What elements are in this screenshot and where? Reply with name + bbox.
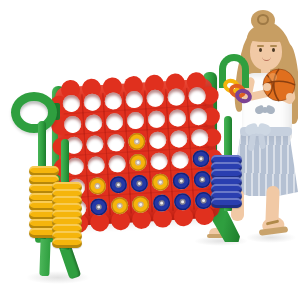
cell-r2c4 <box>127 112 145 130</box>
cell-r6c2 <box>90 198 108 216</box>
cell-r1c4 <box>125 91 143 109</box>
cell-r5c6 <box>172 172 190 190</box>
frame-foot-left-leg <box>39 238 50 276</box>
cell-r3c2 <box>86 135 104 153</box>
cell-r2c2 <box>85 114 103 132</box>
yellow-ring-stack-back-ring <box>52 238 82 248</box>
cell-r1c1 <box>62 94 80 112</box>
cell-r3c3 <box>107 134 125 152</box>
cell-r2c6 <box>168 109 186 127</box>
cell-r6c6 <box>174 193 192 211</box>
four-in-a-row-set <box>0 0 298 298</box>
cell-r1c6 <box>167 88 185 106</box>
cell-r3c6 <box>170 130 188 148</box>
cell-r6c7 <box>195 192 213 210</box>
cell-r5c3 <box>109 176 127 194</box>
cell-r5c4 <box>130 174 148 192</box>
cell-r3c5 <box>149 131 167 149</box>
blue-ring-stack-ring <box>211 198 242 208</box>
cell-r3c7 <box>191 129 209 147</box>
hanging-rings <box>223 79 259 109</box>
cell-r6c4 <box>132 195 150 213</box>
cell-r5c2 <box>88 177 106 195</box>
cell-r5c7 <box>193 171 211 189</box>
cell-r2c7 <box>189 108 207 126</box>
cell-r4c2 <box>87 156 105 174</box>
cell-r4c3 <box>108 155 126 173</box>
cell-r2c1 <box>64 115 82 133</box>
cell-r1c3 <box>104 92 122 110</box>
cell-r1c5 <box>146 89 164 107</box>
cell-r6c3 <box>111 197 129 215</box>
yellow-ring-stack-back <box>52 182 82 248</box>
product-photo <box>0 0 298 298</box>
blue-ring-stack <box>211 155 242 208</box>
cell-r4c7 <box>192 150 210 168</box>
cell-r4c5 <box>150 152 168 170</box>
cell-r5c5 <box>151 173 169 191</box>
board-grid <box>62 87 212 218</box>
cell-r4c6 <box>171 151 189 169</box>
cell-r1c7 <box>188 87 206 105</box>
cell-r2c3 <box>106 113 124 131</box>
hanging-ring-purple <box>233 87 253 106</box>
cell-r6c5 <box>153 194 171 212</box>
cell-r4c4 <box>129 153 147 171</box>
cell-r1c2 <box>83 93 101 111</box>
cell-r2c5 <box>148 110 166 128</box>
basketball-hoop-ring <box>11 92 57 133</box>
cell-r3c4 <box>128 133 146 151</box>
